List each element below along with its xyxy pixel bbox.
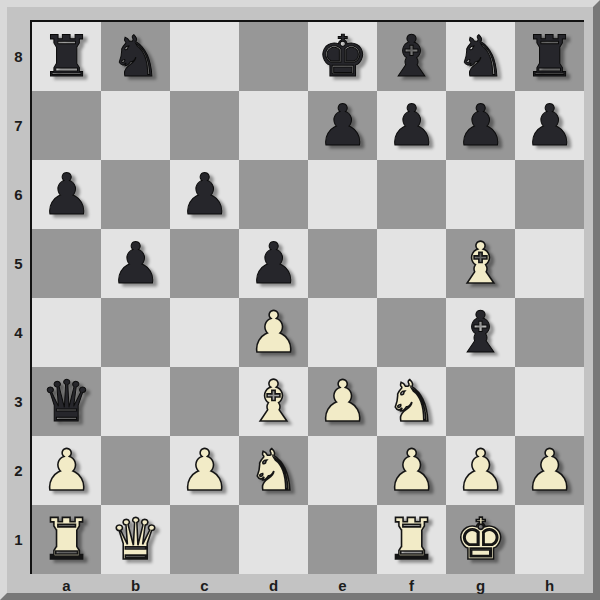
rank-label-3: 3 [7,367,30,436]
square-e4[interactable] [308,298,377,367]
square-b1[interactable]: ♛ [101,505,170,574]
file-label-f: f [377,574,446,596]
piece-white-rook[interactable]: ♜ [41,511,92,568]
square-a4[interactable] [32,298,101,367]
square-e6[interactable] [308,160,377,229]
square-g5[interactable]: ♝ [446,229,515,298]
square-d6[interactable] [239,160,308,229]
piece-black-king[interactable]: ♚ [317,28,368,85]
file-label-b: b [101,574,170,596]
board-frame: 87654321 abcdefgh ♜♞♚♝♞♜♟♟♟♟♟♟♟♟♝♟♝♛♝♟♞♟… [0,0,600,600]
square-a1[interactable]: ♜ [32,505,101,574]
piece-white-pawn[interactable]: ♟ [455,442,506,499]
square-e3[interactable]: ♟ [308,367,377,436]
square-f6[interactable] [377,160,446,229]
piece-black-pawn[interactable]: ♟ [41,166,92,223]
square-d7[interactable] [239,91,308,160]
square-e5[interactable] [308,229,377,298]
file-labels: abcdefgh [32,574,584,596]
piece-white-bishop[interactable]: ♝ [455,235,506,292]
square-h4[interactable] [515,298,584,367]
square-g6[interactable] [446,160,515,229]
chess-board: ♜♞♚♝♞♜♟♟♟♟♟♟♟♟♝♟♝♛♝♟♞♟♟♞♟♟♟♜♛♜♚ [30,20,584,574]
square-a5[interactable] [32,229,101,298]
square-e1[interactable] [308,505,377,574]
square-b4[interactable] [101,298,170,367]
rank-label-4: 4 [7,298,30,367]
square-c8[interactable] [170,22,239,91]
piece-black-bishop[interactable]: ♝ [455,304,506,361]
piece-white-knight[interactable]: ♞ [248,442,299,499]
square-h2[interactable]: ♟ [515,436,584,505]
square-f8[interactable]: ♝ [377,22,446,91]
square-a2[interactable]: ♟ [32,436,101,505]
piece-white-knight[interactable]: ♞ [386,373,437,430]
piece-black-pawn[interactable]: ♟ [317,97,368,154]
square-c1[interactable] [170,505,239,574]
piece-white-pawn[interactable]: ♟ [248,304,299,361]
square-b7[interactable] [101,91,170,160]
square-h7[interactable]: ♟ [515,91,584,160]
square-a8[interactable]: ♜ [32,22,101,91]
piece-white-pawn[interactable]: ♟ [524,442,575,499]
piece-black-pawn[interactable]: ♟ [524,97,575,154]
square-h1[interactable] [515,505,584,574]
piece-black-bishop[interactable]: ♝ [386,28,437,85]
square-a3[interactable]: ♛ [32,367,101,436]
square-d2[interactable]: ♞ [239,436,308,505]
square-c7[interactable] [170,91,239,160]
square-d1[interactable] [239,505,308,574]
piece-black-pawn[interactable]: ♟ [386,97,437,154]
square-h5[interactable] [515,229,584,298]
piece-black-rook[interactable]: ♜ [524,28,575,85]
square-d4[interactable]: ♟ [239,298,308,367]
piece-white-rook[interactable]: ♜ [386,511,437,568]
square-g2[interactable]: ♟ [446,436,515,505]
piece-white-pawn[interactable]: ♟ [317,373,368,430]
square-f7[interactable]: ♟ [377,91,446,160]
square-f1[interactable]: ♜ [377,505,446,574]
piece-white-bishop[interactable]: ♝ [248,373,299,430]
piece-black-pawn[interactable]: ♟ [455,97,506,154]
piece-black-queen[interactable]: ♛ [41,373,92,430]
piece-white-pawn[interactable]: ♟ [41,442,92,499]
square-c4[interactable] [170,298,239,367]
piece-black-rook[interactable]: ♜ [41,28,92,85]
square-c6[interactable]: ♟ [170,160,239,229]
square-f5[interactable] [377,229,446,298]
square-b2[interactable] [101,436,170,505]
square-c3[interactable] [170,367,239,436]
square-f2[interactable]: ♟ [377,436,446,505]
square-g8[interactable]: ♞ [446,22,515,91]
square-g1[interactable]: ♚ [446,505,515,574]
file-label-h: h [515,574,584,596]
piece-white-pawn[interactable]: ♟ [179,442,230,499]
square-b8[interactable]: ♞ [101,22,170,91]
piece-black-pawn[interactable]: ♟ [179,166,230,223]
square-e2[interactable] [308,436,377,505]
square-g4[interactable]: ♝ [446,298,515,367]
piece-black-pawn[interactable]: ♟ [110,235,161,292]
file-label-c: c [170,574,239,596]
rank-label-8: 8 [7,22,30,91]
square-g3[interactable] [446,367,515,436]
square-g7[interactable]: ♟ [446,91,515,160]
square-h6[interactable] [515,160,584,229]
square-c2[interactable]: ♟ [170,436,239,505]
file-label-g: g [446,574,515,596]
piece-white-king[interactable]: ♚ [455,511,506,568]
square-h3[interactable] [515,367,584,436]
square-h8[interactable]: ♜ [515,22,584,91]
file-label-d: d [239,574,308,596]
piece-white-queen[interactable]: ♛ [110,511,161,568]
rank-label-5: 5 [7,229,30,298]
square-a6[interactable]: ♟ [32,160,101,229]
piece-black-pawn[interactable]: ♟ [248,235,299,292]
file-label-e: e [308,574,377,596]
piece-white-pawn[interactable]: ♟ [386,442,437,499]
file-label-a: a [32,574,101,596]
rank-labels: 87654321 [7,22,30,574]
square-a7[interactable] [32,91,101,160]
square-b5[interactable]: ♟ [101,229,170,298]
piece-black-knight[interactable]: ♞ [110,28,161,85]
square-e8[interactable]: ♚ [308,22,377,91]
rank-label-2: 2 [7,436,30,505]
piece-black-knight[interactable]: ♞ [455,28,506,85]
square-f4[interactable] [377,298,446,367]
square-d8[interactable] [239,22,308,91]
square-d3[interactable]: ♝ [239,367,308,436]
square-f3[interactable]: ♞ [377,367,446,436]
rank-label-1: 1 [7,505,30,574]
square-e7[interactable]: ♟ [308,91,377,160]
square-c5[interactable] [170,229,239,298]
rank-label-7: 7 [7,91,30,160]
square-d5[interactable]: ♟ [239,229,308,298]
square-b6[interactable] [101,160,170,229]
square-b3[interactable] [101,367,170,436]
rank-label-6: 6 [7,160,30,229]
